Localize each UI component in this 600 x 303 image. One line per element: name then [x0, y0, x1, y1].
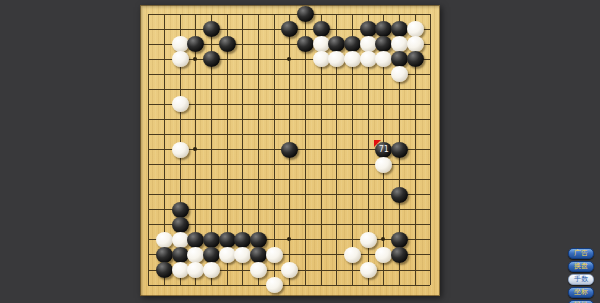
black-stone: [250, 247, 267, 263]
black-stone: [156, 262, 173, 278]
black-stone: [172, 202, 189, 218]
white-stone: [407, 36, 424, 52]
black-stone: [297, 36, 314, 52]
white-stone: [313, 51, 330, 67]
black-stone: [219, 232, 236, 248]
black-stone: [234, 232, 251, 248]
white-stone: [360, 232, 377, 248]
black-stone: [391, 142, 408, 158]
black-stone: [313, 21, 330, 37]
black-stone: [281, 142, 298, 158]
black-stone: [328, 36, 345, 52]
move-number-label: 71: [379, 146, 389, 154]
white-stone: [250, 262, 267, 278]
board-grid: 71: [141, 6, 438, 292]
white-stone: [234, 247, 251, 263]
black-stone: [375, 36, 392, 52]
sidebar-button-手数[interactable]: 手数: [568, 274, 594, 285]
black-stone: [219, 36, 236, 52]
black-stone: [391, 187, 408, 203]
white-stone: [360, 262, 377, 278]
white-stone: [203, 262, 220, 278]
sidebar-button-换盘[interactable]: 换盘: [568, 261, 594, 272]
black-stone: [203, 232, 220, 248]
white-stone: [375, 51, 392, 67]
app-background: 71 广告换盘手数坐标轻松: [0, 0, 600, 303]
sidebar-button-广告[interactable]: 广告: [568, 248, 594, 259]
white-stone: [375, 247, 392, 263]
white-stone: [172, 36, 189, 52]
black-stone: [203, 51, 220, 67]
black-stone: [203, 247, 220, 263]
white-stone: [328, 51, 345, 67]
black-stone: [156, 247, 173, 263]
sidebar-buttons: 广告换盘手数坐标轻松: [566, 248, 594, 303]
white-stone: [344, 51, 361, 67]
white-stone: [219, 247, 236, 263]
white-stone: [266, 247, 283, 263]
white-stone: [172, 51, 189, 67]
black-stone: [391, 232, 408, 248]
white-stone: [344, 247, 361, 263]
white-stone: [156, 232, 173, 248]
white-stone: [172, 142, 189, 158]
white-stone: [360, 36, 377, 52]
black-stone: [375, 21, 392, 37]
black-stone: [391, 51, 408, 67]
white-stone: [391, 66, 408, 82]
black-stone: 71: [375, 142, 392, 158]
black-stone: [407, 51, 424, 67]
white-stone: [187, 247, 204, 263]
black-stone: [297, 6, 314, 22]
white-stone: [375, 157, 392, 173]
black-stone: [281, 21, 298, 37]
white-stone: [172, 96, 189, 112]
black-stone: [187, 232, 204, 248]
white-stone: [172, 262, 189, 278]
go-board[interactable]: 71: [140, 5, 440, 296]
black-stone: [391, 21, 408, 37]
black-stone: [391, 247, 408, 263]
black-stone: [187, 36, 204, 52]
white-stone: [313, 36, 330, 52]
white-stone: [266, 277, 283, 293]
last-move-marker-icon: [374, 140, 381, 147]
black-stone: [172, 217, 189, 233]
white-stone: [407, 21, 424, 37]
black-stone: [203, 21, 220, 37]
white-stone: [391, 36, 408, 52]
black-stone: [250, 232, 267, 248]
white-stone: [360, 51, 377, 67]
black-stone: [344, 36, 361, 52]
white-stone: [187, 262, 204, 278]
black-stone: [360, 21, 377, 37]
white-stone: [172, 232, 189, 248]
sidebar-button-坐标[interactable]: 坐标: [568, 287, 594, 298]
black-stone: [172, 247, 189, 263]
white-stone: [281, 262, 298, 278]
